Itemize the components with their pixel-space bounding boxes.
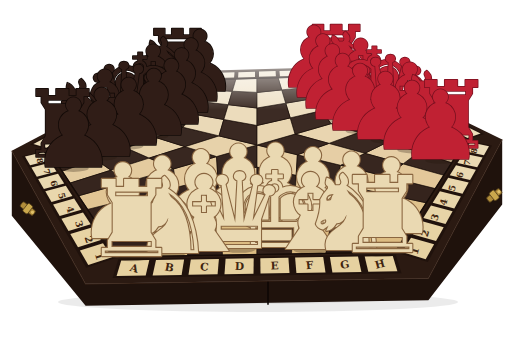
board-svg: A B C D E F G H 1 2 3 4 5 6 7 8 1 2 3 4 … — [0, 0, 510, 340]
white-rook: ♜ — [84, 158, 179, 281]
white-rook: ♜ — [335, 154, 430, 277]
three-player-chess-set-photo: A B C D E F G H 1 2 3 4 5 6 7 8 1 2 3 4 … — [0, 0, 510, 340]
